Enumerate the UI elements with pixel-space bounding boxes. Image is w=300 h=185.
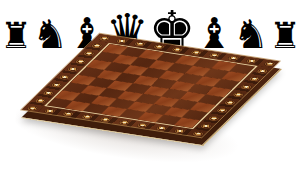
- white-knight[interactable]: ♞: [233, 11, 269, 57]
- medallion-ornament-icon: [199, 124, 212, 129]
- medallion-ornament-icon: [263, 61, 276, 66]
- medallion-ornament-icon: [191, 131, 204, 136]
- medallion-ornament-icon: [190, 50, 203, 55]
- medallion-ornament-icon: [247, 76, 260, 81]
- medallion-ornament-icon: [118, 120, 131, 125]
- medallion-ornament-icon: [174, 128, 187, 133]
- medallion-ornament-icon: [82, 51, 95, 56]
- medallion-ornament-icon: [231, 92, 244, 97]
- medallion-ornament-icon: [99, 117, 112, 122]
- medallion-ornament-icon: [239, 84, 252, 89]
- chess-set-photo: ♜♞♝♛♚♝♞♜♟♟♟♟♟♟♟♟♟♟♟♟♟♟♟♟♜♞♝♛♚♝♞♜: [0, 0, 300, 185]
- white-rook[interactable]: ♜: [269, 15, 300, 56]
- medallion-ornament-icon: [98, 36, 111, 41]
- medallion-ornament-icon: [136, 123, 149, 128]
- medallion-ornament-icon: [50, 82, 63, 87]
- medallion-ornament-icon: [171, 47, 184, 52]
- medallion-ornament-icon: [155, 126, 168, 131]
- medallion-ornament-icon: [58, 75, 71, 80]
- medallion-ornament-icon: [208, 53, 221, 58]
- medallion-ornament-icon: [227, 56, 240, 61]
- medallion-ornament-icon: [62, 111, 75, 116]
- white-knight[interactable]: ♞: [32, 11, 68, 57]
- medallion-ornament-icon: [42, 90, 55, 95]
- medallion-ornament-icon: [215, 108, 228, 113]
- medallion-ornament-icon: [26, 106, 39, 111]
- medallion-ornament-icon: [207, 116, 220, 121]
- medallion-ornament-icon: [33, 98, 46, 103]
- medallion-ornament-icon: [134, 41, 147, 46]
- medallion-ornament-icon: [223, 100, 236, 105]
- medallion-ornament-icon: [81, 114, 94, 119]
- medallion-ornament-icon: [43, 108, 56, 113]
- white-rook[interactable]: ♜: [0, 15, 32, 56]
- medallion-ornament-icon: [66, 67, 79, 72]
- medallion-ornament-icon: [74, 59, 87, 64]
- medallion-ornament-icon: [90, 43, 103, 48]
- medallion-ornament-icon: [115, 38, 128, 43]
- medallion-ornament-icon: [245, 58, 258, 63]
- medallion-ornament-icon: [152, 44, 165, 49]
- medallion-ornament-icon: [255, 69, 268, 74]
